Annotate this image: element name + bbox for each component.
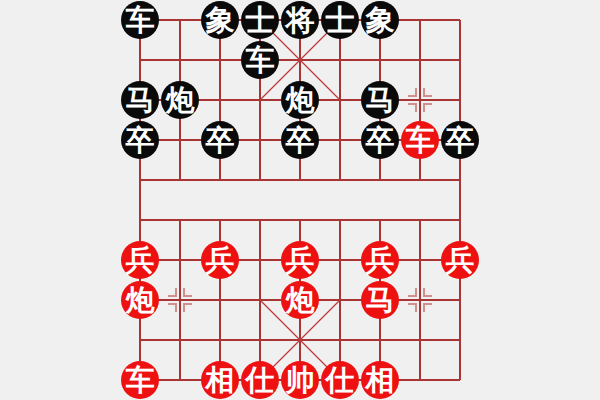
board-point[interactable] <box>320 160 360 200</box>
board-point[interactable] <box>280 40 320 80</box>
board-point[interactable] <box>440 0 480 40</box>
board-point[interactable] <box>320 80 360 120</box>
piece-red-advisor[interactable]: 仕 <box>321 361 359 399</box>
board-point[interactable]: 炮 <box>280 80 320 120</box>
piece-black-advisor[interactable]: 士 <box>321 1 359 39</box>
piece-black-elephant[interactable]: 象 <box>201 1 239 39</box>
board-point[interactable] <box>160 280 200 320</box>
board-point[interactable]: 象 <box>360 0 400 40</box>
board-point[interactable]: 将 <box>280 0 320 40</box>
piece-black-soldier[interactable]: 卒 <box>361 121 399 159</box>
board-point[interactable] <box>240 80 280 120</box>
piece-black-chariot[interactable]: 车 <box>121 1 159 39</box>
board-point[interactable]: 兵 <box>120 240 160 280</box>
piece-red-cannon[interactable]: 炮 <box>121 281 159 319</box>
board-point[interactable] <box>160 360 200 400</box>
piece-red-general[interactable]: 帅 <box>281 361 319 399</box>
board-point[interactable] <box>160 160 200 200</box>
board-point[interactable]: 马 <box>360 80 400 120</box>
piece-red-soldier[interactable]: 兵 <box>441 241 479 279</box>
board-point[interactable] <box>120 200 160 240</box>
piece-red-advisor[interactable]: 仕 <box>241 361 279 399</box>
board-point[interactable]: 卒 <box>200 120 240 160</box>
piece-black-soldier[interactable]: 卒 <box>441 121 479 159</box>
board-point[interactable] <box>440 320 480 360</box>
board-point[interactable] <box>160 320 200 360</box>
board-point[interactable] <box>240 160 280 200</box>
piece-black-chariot[interactable]: 车 <box>241 41 279 79</box>
piece-black-horse[interactable]: 马 <box>361 81 399 119</box>
board-point[interactable]: 兵 <box>360 240 400 280</box>
board-point[interactable]: 兵 <box>280 240 320 280</box>
board-point[interactable]: 士 <box>240 0 280 40</box>
board-point[interactable] <box>400 360 440 400</box>
board-point[interactable] <box>360 40 400 80</box>
board-point[interactable] <box>160 0 200 40</box>
board-point[interactable] <box>240 320 280 360</box>
board-point[interactable]: 相 <box>360 360 400 400</box>
piece-black-general[interactable]: 将 <box>281 1 319 39</box>
board-point[interactable]: 马 <box>120 80 160 120</box>
piece-red-elephant[interactable]: 相 <box>361 361 399 399</box>
piece-red-horse[interactable]: 马 <box>361 281 399 319</box>
board-point[interactable] <box>280 160 320 200</box>
piece-black-advisor[interactable]: 士 <box>241 1 279 39</box>
board-point[interactable] <box>440 280 480 320</box>
piece-black-cannon[interactable]: 炮 <box>161 81 199 119</box>
board-point[interactable]: 车 <box>240 40 280 80</box>
board-point[interactable]: 卒 <box>280 120 320 160</box>
piece-red-cannon[interactable]: 炮 <box>281 281 319 319</box>
board-point[interactable] <box>440 40 480 80</box>
board-point[interactable] <box>160 40 200 80</box>
board-point[interactable] <box>320 320 360 360</box>
board-point[interactable]: 仕 <box>320 360 360 400</box>
board-point[interactable] <box>120 320 160 360</box>
board-point[interactable] <box>160 120 200 160</box>
board-point[interactable] <box>440 80 480 120</box>
board-point[interactable]: 卒 <box>120 120 160 160</box>
board-point[interactable] <box>200 80 240 120</box>
board-point[interactable] <box>400 0 440 40</box>
board-point[interactable] <box>400 240 440 280</box>
board-point[interactable]: 卒 <box>360 120 400 160</box>
piece-red-soldier[interactable]: 兵 <box>201 241 239 279</box>
board-point[interactable]: 兵 <box>200 240 240 280</box>
screenshot-background: 车象士将士象车马炮炮马卒卒卒卒车卒兵兵兵兵兵炮炮马车相仕帅仕相 <box>0 0 600 400</box>
board-point[interactable] <box>200 160 240 200</box>
board-point[interactable] <box>400 40 440 80</box>
piece-black-horse[interactable]: 马 <box>121 81 159 119</box>
board-point[interactable] <box>120 160 160 200</box>
board-point[interactable]: 象 <box>200 0 240 40</box>
xiangqi-board: 车象士将士象车马炮炮马卒卒卒卒车卒兵兵兵兵兵炮炮马车相仕帅仕相 <box>120 0 480 400</box>
board-point[interactable] <box>440 160 480 200</box>
board-point[interactable] <box>400 200 440 240</box>
piece-black-soldier[interactable]: 卒 <box>281 121 319 159</box>
board-point[interactable] <box>200 200 240 240</box>
board-point[interactable]: 车 <box>120 0 160 40</box>
board-point[interactable] <box>400 320 440 360</box>
board-point[interactable] <box>280 200 320 240</box>
board-point[interactable] <box>400 280 440 320</box>
board-point[interactable]: 帅 <box>280 360 320 400</box>
piece-red-soldier[interactable]: 兵 <box>281 241 319 279</box>
piece-red-soldier[interactable]: 兵 <box>361 241 399 279</box>
piece-red-chariot[interactable]: 车 <box>121 361 159 399</box>
board-point[interactable] <box>360 320 400 360</box>
board-point[interactable]: 车 <box>120 360 160 400</box>
board-point[interactable] <box>320 200 360 240</box>
board-point[interactable] <box>240 120 280 160</box>
piece-red-chariot[interactable]: 车 <box>401 121 439 159</box>
board-point[interactable] <box>240 200 280 240</box>
board-point[interactable] <box>120 40 160 80</box>
piece-black-soldier[interactable]: 卒 <box>121 121 159 159</box>
board-point[interactable] <box>200 280 240 320</box>
piece-red-elephant[interactable]: 相 <box>201 361 239 399</box>
board-point[interactable]: 卒 <box>440 120 480 160</box>
board-point[interactable] <box>200 40 240 80</box>
board-point[interactable] <box>320 40 360 80</box>
board-point[interactable]: 炮 <box>120 280 160 320</box>
board-point[interactable]: 马 <box>360 280 400 320</box>
board-point[interactable] <box>320 120 360 160</box>
board-point[interactable] <box>240 280 280 320</box>
piece-black-soldier[interactable]: 卒 <box>201 121 239 159</box>
board-point[interactable]: 车 <box>400 120 440 160</box>
piece-red-soldier[interactable]: 兵 <box>121 241 159 279</box>
board-point[interactable] <box>360 160 400 200</box>
board-point[interactable] <box>400 160 440 200</box>
board-point[interactable] <box>320 280 360 320</box>
board-point[interactable] <box>320 240 360 280</box>
board-point[interactable]: 炮 <box>280 280 320 320</box>
board-point[interactable] <box>360 200 400 240</box>
board-point[interactable] <box>200 320 240 360</box>
board-point[interactable] <box>280 320 320 360</box>
piece-black-elephant[interactable]: 象 <box>361 1 399 39</box>
board-point[interactable] <box>240 240 280 280</box>
piece-black-cannon[interactable]: 炮 <box>281 81 319 119</box>
board-point[interactable]: 仕 <box>240 360 280 400</box>
board-point[interactable]: 炮 <box>160 80 200 120</box>
board-point[interactable] <box>400 80 440 120</box>
board-points: 车象士将士象车马炮炮马卒卒卒卒车卒兵兵兵兵兵炮炮马车相仕帅仕相 <box>120 0 480 400</box>
board-point[interactable] <box>160 200 200 240</box>
board-point[interactable]: 兵 <box>440 240 480 280</box>
board-point[interactable]: 士 <box>320 0 360 40</box>
board-point[interactable] <box>160 240 200 280</box>
board-point[interactable] <box>440 360 480 400</box>
board-point[interactable] <box>440 200 480 240</box>
board-point[interactable]: 相 <box>200 360 240 400</box>
